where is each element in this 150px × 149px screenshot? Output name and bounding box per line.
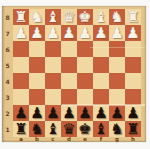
white-pawn-h7[interactable]: ♟ xyxy=(126,25,139,41)
black-knight-b1[interactable]: ♞ xyxy=(30,121,43,137)
square-c8[interactable]: ♝ xyxy=(45,9,61,25)
white-pawn-f7[interactable]: ♟ xyxy=(94,25,107,41)
square-c1[interactable]: ♝ xyxy=(45,121,61,137)
black-pawn-h2[interactable]: ♟ xyxy=(126,105,139,121)
white-pawn-a7[interactable]: ♟ xyxy=(14,25,27,41)
square-b5[interactable] xyxy=(29,57,45,73)
black-pawn-f2[interactable]: ♟ xyxy=(94,105,107,121)
black-pawn-d2[interactable]: ♟ xyxy=(62,105,75,121)
square-b1[interactable]: ♞ xyxy=(29,121,45,137)
black-pawn-c2[interactable]: ♟ xyxy=(46,105,59,121)
black-bishop-f1[interactable]: ♝ xyxy=(94,121,107,137)
white-rook-a8[interactable]: ♜ xyxy=(14,9,27,25)
black-pawn-b2[interactable]: ♟ xyxy=(30,105,43,121)
square-a7[interactable]: ♟ xyxy=(13,25,29,41)
file-label-a: a xyxy=(13,136,29,142)
file-label-h: h xyxy=(125,136,141,142)
white-rook-h8[interactable]: ♜ xyxy=(126,9,139,25)
file-label-c: c xyxy=(45,136,61,142)
rank-label-4: 4 xyxy=(2,73,13,89)
square-e7[interactable]: ♟ xyxy=(77,25,93,41)
square-f7[interactable]: ♟ xyxy=(93,25,109,41)
square-e4[interactable] xyxy=(77,73,93,89)
black-pawn-e2[interactable]: ♟ xyxy=(78,105,91,121)
square-f3[interactable] xyxy=(93,89,109,105)
white-knight-g8[interactable]: ♞ xyxy=(110,9,123,25)
square-e3[interactable] xyxy=(77,89,93,105)
square-d6[interactable] xyxy=(61,41,77,57)
file-label-b: b xyxy=(29,136,45,142)
rank-label-2: 2 xyxy=(2,105,13,121)
square-a5[interactable] xyxy=(13,57,29,73)
square-d2[interactable]: ♟ xyxy=(61,105,77,121)
square-d4[interactable] xyxy=(61,73,77,89)
white-pawn-c7[interactable]: ♟ xyxy=(46,25,59,41)
black-bishop-c1[interactable]: ♝ xyxy=(46,121,59,137)
square-c4[interactable] xyxy=(45,73,61,89)
black-knight-g1[interactable]: ♞ xyxy=(110,121,123,137)
square-h2[interactable]: ♟ xyxy=(125,105,141,121)
black-rook-h1[interactable]: ♜ xyxy=(126,121,139,137)
square-h5[interactable] xyxy=(125,57,141,73)
square-f2[interactable]: ♟ xyxy=(93,105,109,121)
white-bishop-f8[interactable]: ♝ xyxy=(94,9,107,25)
rank-label-7: 7 xyxy=(2,25,13,41)
square-c2[interactable]: ♟ xyxy=(45,105,61,121)
white-queen-d8[interactable]: ♛ xyxy=(62,9,75,25)
white-bishop-c8[interactable]: ♝ xyxy=(46,9,59,25)
square-a2[interactable]: ♟ xyxy=(13,105,29,121)
square-h1[interactable]: ♜ xyxy=(125,121,141,137)
square-f6[interactable] xyxy=(93,41,109,57)
square-b4[interactable] xyxy=(29,73,45,89)
black-rook-a1[interactable]: ♜ xyxy=(14,121,27,137)
square-c5[interactable] xyxy=(45,57,61,73)
rank-label-1: 1 xyxy=(2,121,13,137)
screenshot-canvas: 87654321 ♜♞♝♛♚♝♞♜♟♟♟♟♟♟♟♟♟♟♟♟♟♟♟♟♜♞♝♛♚♝♞… xyxy=(0,0,150,149)
square-a6[interactable] xyxy=(13,41,29,57)
rank-labels: 87654321 xyxy=(2,9,13,137)
square-d5[interactable] xyxy=(61,57,77,73)
square-g5[interactable] xyxy=(109,57,125,73)
black-pawn-g2[interactable]: ♟ xyxy=(110,105,123,121)
square-d3[interactable] xyxy=(61,89,77,105)
square-c3[interactable] xyxy=(45,89,61,105)
chessboard-photo: 87654321 ♜♞♝♛♚♝♞♜♟♟♟♟♟♟♟♟♟♟♟♟♟♟♟♟♜♞♝♛♚♝♞… xyxy=(2,6,146,142)
white-pawn-b7[interactable]: ♟ xyxy=(30,25,43,41)
file-labels: abcdefgh xyxy=(13,136,141,142)
square-d8[interactable]: ♛ xyxy=(61,9,77,25)
white-pawn-e7[interactable]: ♟ xyxy=(78,25,91,41)
square-h6[interactable] xyxy=(125,41,141,57)
square-f4[interactable] xyxy=(93,73,109,89)
square-a1[interactable]: ♜ xyxy=(13,121,29,137)
file-label-d: d xyxy=(61,136,77,142)
square-f8[interactable]: ♝ xyxy=(93,9,109,25)
square-e5[interactable] xyxy=(77,57,93,73)
white-pawn-g7[interactable]: ♟ xyxy=(110,25,123,41)
square-h4[interactable] xyxy=(125,73,141,89)
file-label-e: e xyxy=(77,136,93,142)
square-f5[interactable] xyxy=(93,57,109,73)
square-a4[interactable] xyxy=(13,73,29,89)
square-e6[interactable] xyxy=(77,41,93,57)
square-d7[interactable]: ♟ xyxy=(61,25,77,41)
white-pawn-d7[interactable]: ♟ xyxy=(62,25,75,41)
square-e1[interactable]: ♚ xyxy=(77,121,93,137)
square-g3[interactable] xyxy=(109,89,125,105)
square-e8[interactable]: ♚ xyxy=(77,9,93,25)
white-king-e8[interactable]: ♚ xyxy=(78,9,91,25)
file-label-g: g xyxy=(109,136,125,142)
square-g4[interactable] xyxy=(109,73,125,89)
square-h7[interactable]: ♟ xyxy=(125,25,141,41)
square-g8[interactable]: ♞ xyxy=(109,9,125,25)
board-crease-line xyxy=(62,104,145,106)
square-d1[interactable]: ♛ xyxy=(61,121,77,137)
rank-label-6: 6 xyxy=(2,41,13,57)
square-h3[interactable] xyxy=(125,89,141,105)
black-king-e1[interactable]: ♚ xyxy=(78,121,91,137)
black-queen-d1[interactable]: ♛ xyxy=(62,121,75,137)
file-label-f: f xyxy=(93,136,109,142)
square-c7[interactable]: ♟ xyxy=(45,25,61,41)
white-knight-b8[interactable]: ♞ xyxy=(30,9,43,25)
square-g7[interactable]: ♟ xyxy=(109,25,125,41)
black-pawn-a2[interactable]: ♟ xyxy=(14,105,27,121)
board-crease-line-faint xyxy=(90,47,145,48)
square-b6[interactable] xyxy=(29,41,45,57)
rank-label-5: 5 xyxy=(2,57,13,73)
rank-label-8: 8 xyxy=(2,9,13,25)
square-g6[interactable] xyxy=(109,41,125,57)
square-a8[interactable]: ♜ xyxy=(13,9,29,25)
square-b3[interactable] xyxy=(29,89,45,105)
square-e2[interactable]: ♟ xyxy=(77,105,93,121)
square-h8[interactable]: ♜ xyxy=(125,9,141,25)
square-g1[interactable]: ♞ xyxy=(109,121,125,137)
square-b7[interactable]: ♟ xyxy=(29,25,45,41)
square-g2[interactable]: ♟ xyxy=(109,105,125,121)
square-b8[interactable]: ♞ xyxy=(29,9,45,25)
square-a3[interactable] xyxy=(13,89,29,105)
square-c6[interactable] xyxy=(45,41,61,57)
rank-label-3: 3 xyxy=(2,89,13,105)
square-b2[interactable]: ♟ xyxy=(29,105,45,121)
chess-board: ♜♞♝♛♚♝♞♜♟♟♟♟♟♟♟♟♟♟♟♟♟♟♟♟♜♞♝♛♚♝♞♜ xyxy=(13,9,141,137)
square-f1[interactable]: ♝ xyxy=(93,121,109,137)
